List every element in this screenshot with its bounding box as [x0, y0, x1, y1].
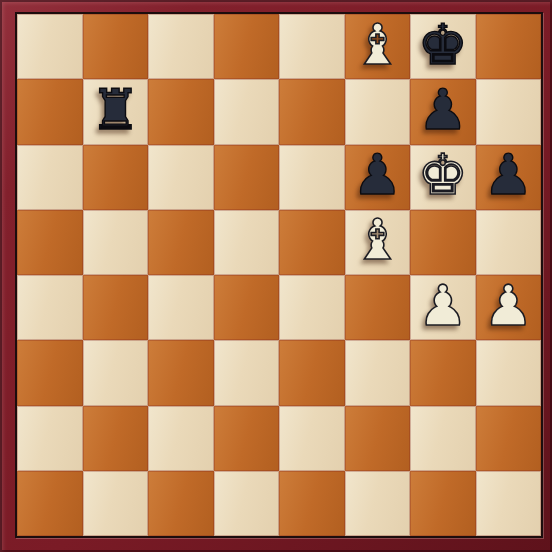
square-d7[interactable]: [214, 79, 280, 144]
square-f6[interactable]: ♟: [345, 145, 411, 210]
square-e5[interactable]: [279, 210, 345, 275]
square-g1[interactable]: [410, 471, 476, 536]
square-f8[interactable]: ♝: [345, 14, 411, 79]
square-b5[interactable]: [83, 210, 149, 275]
square-a7[interactable]: [17, 79, 83, 144]
square-a3[interactable]: [17, 340, 83, 405]
square-d4[interactable]: [214, 275, 280, 340]
square-f4[interactable]: [345, 275, 411, 340]
square-c4[interactable]: [148, 275, 214, 340]
square-h3[interactable]: [476, 340, 542, 405]
square-d1[interactable]: [214, 471, 280, 536]
square-b1[interactable]: [83, 471, 149, 536]
black-rook-piece[interactable]: ♜: [90, 82, 140, 138]
square-g4[interactable]: ♟: [410, 275, 476, 340]
white-bishop-piece[interactable]: ♝: [352, 212, 402, 268]
white-pawn-piece[interactable]: ♟: [418, 278, 468, 334]
square-g7[interactable]: ♟: [410, 79, 476, 144]
square-a4[interactable]: [17, 275, 83, 340]
square-b8[interactable]: [83, 14, 149, 79]
square-d5[interactable]: [214, 210, 280, 275]
square-h1[interactable]: [476, 471, 542, 536]
square-f3[interactable]: [345, 340, 411, 405]
board-inner-border: ♝♚♜♟♟♚♟♝♟♟: [15, 12, 543, 538]
white-bishop-piece[interactable]: ♝: [352, 17, 402, 73]
square-d3[interactable]: [214, 340, 280, 405]
square-c7[interactable]: [148, 79, 214, 144]
square-f1[interactable]: [345, 471, 411, 536]
square-b7[interactable]: ♜: [83, 79, 149, 144]
square-e2[interactable]: [279, 406, 345, 471]
square-e1[interactable]: [279, 471, 345, 536]
black-pawn-piece[interactable]: ♟: [483, 147, 533, 203]
square-c1[interactable]: [148, 471, 214, 536]
chess-diagram: ♝♚♜♟♟♚♟♝♟♟: [0, 0, 552, 555]
board-frame: ♝♚♜♟♟♚♟♝♟♟: [0, 0, 552, 552]
square-d6[interactable]: [214, 145, 280, 210]
square-b4[interactable]: [83, 275, 149, 340]
square-b3[interactable]: [83, 340, 149, 405]
square-c6[interactable]: [148, 145, 214, 210]
square-f2[interactable]: [345, 406, 411, 471]
square-e3[interactable]: [279, 340, 345, 405]
square-a5[interactable]: [17, 210, 83, 275]
square-f5[interactable]: ♝: [345, 210, 411, 275]
square-f7[interactable]: [345, 79, 411, 144]
square-a6[interactable]: [17, 145, 83, 210]
square-c3[interactable]: [148, 340, 214, 405]
square-g8[interactable]: ♚: [410, 14, 476, 79]
square-a2[interactable]: [17, 406, 83, 471]
square-g3[interactable]: [410, 340, 476, 405]
square-c2[interactable]: [148, 406, 214, 471]
square-h6[interactable]: ♟: [476, 145, 542, 210]
square-h2[interactable]: [476, 406, 542, 471]
square-a1[interactable]: [17, 471, 83, 536]
square-b6[interactable]: [83, 145, 149, 210]
square-g2[interactable]: [410, 406, 476, 471]
square-c5[interactable]: [148, 210, 214, 275]
square-e8[interactable]: [279, 14, 345, 79]
black-pawn-piece[interactable]: ♟: [418, 82, 468, 138]
square-h5[interactable]: [476, 210, 542, 275]
square-d2[interactable]: [214, 406, 280, 471]
white-pawn-piece[interactable]: ♟: [483, 278, 533, 334]
square-a8[interactable]: [17, 14, 83, 79]
square-h4[interactable]: ♟: [476, 275, 542, 340]
square-b2[interactable]: [83, 406, 149, 471]
square-h7[interactable]: [476, 79, 542, 144]
white-king-piece[interactable]: ♚: [418, 147, 468, 203]
black-king-piece[interactable]: ♚: [418, 17, 468, 73]
square-e4[interactable]: [279, 275, 345, 340]
square-e7[interactable]: [279, 79, 345, 144]
square-d8[interactable]: [214, 14, 280, 79]
square-g6[interactable]: ♚: [410, 145, 476, 210]
square-h8[interactable]: [476, 14, 542, 79]
chess-board: ♝♚♜♟♟♚♟♝♟♟: [17, 14, 541, 536]
square-e6[interactable]: [279, 145, 345, 210]
square-g5[interactable]: [410, 210, 476, 275]
square-c8[interactable]: [148, 14, 214, 79]
black-pawn-piece[interactable]: ♟: [352, 147, 402, 203]
